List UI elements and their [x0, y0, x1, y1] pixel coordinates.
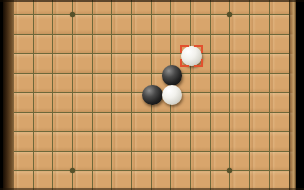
grid-line-vertical	[72, 0, 73, 190]
grid-line-vertical	[249, 0, 250, 190]
grid-line-horizontal	[13, 34, 290, 35]
star-point	[70, 12, 75, 17]
grid-line-horizontal	[13, 170, 290, 171]
grid-line-horizontal	[13, 14, 290, 15]
game-screen	[0, 0, 304, 190]
grid-line-vertical	[190, 0, 191, 190]
grid-line-vertical	[52, 0, 53, 190]
board-bottom-edge-shadow	[0, 188, 304, 190]
marker-corner	[194, 45, 203, 54]
black-stone	[162, 65, 183, 86]
board-top-edge-shadow	[0, 0, 304, 2]
last-move-marker	[180, 45, 203, 68]
grid-line-vertical	[229, 0, 230, 190]
board-bevel-left	[3, 0, 14, 190]
grid-line-vertical	[92, 0, 93, 190]
grid-line-horizontal	[13, 73, 290, 74]
grid-line-horizontal	[13, 131, 290, 132]
marker-corner	[180, 45, 189, 54]
black-stone	[142, 85, 163, 106]
board-bevel-right	[289, 0, 296, 190]
grid-line-vertical	[111, 0, 112, 190]
grid-line-vertical	[33, 0, 34, 190]
grid-line-vertical	[210, 0, 211, 190]
grid-line-vertical	[269, 0, 270, 190]
grid-line-horizontal	[13, 53, 290, 54]
grid-line-horizontal	[13, 112, 290, 113]
marker-corner	[194, 59, 203, 68]
grid-line-vertical	[131, 0, 132, 190]
marker-corner	[180, 59, 189, 68]
grid-line-horizontal	[13, 151, 290, 152]
